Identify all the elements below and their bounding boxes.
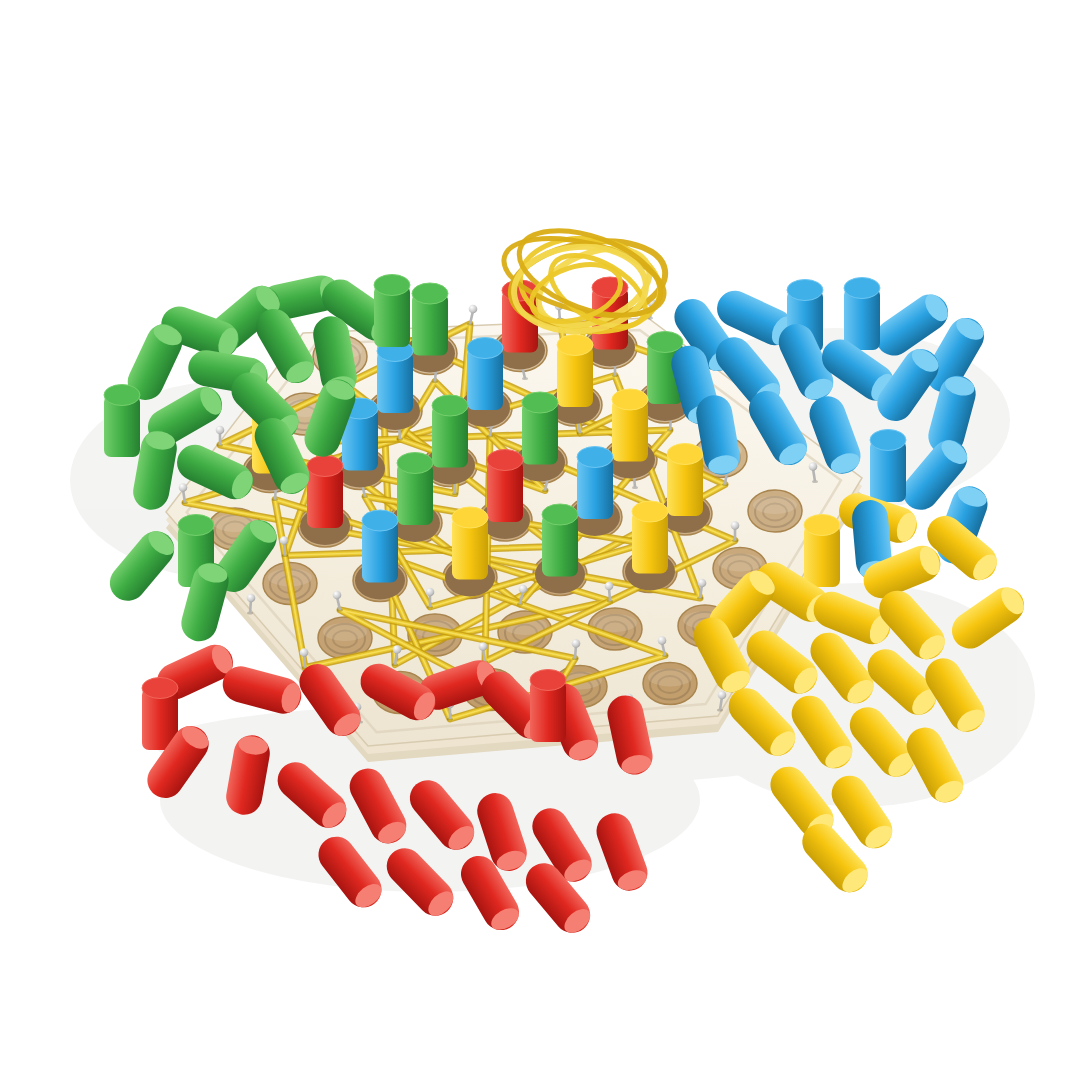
peg-blue-r4c1[interactable]	[362, 510, 398, 583]
pile-peg-green[interactable]	[104, 385, 140, 458]
peg-yellow-r4c2[interactable]	[452, 507, 488, 580]
pile-peg-green[interactable]	[374, 275, 410, 348]
peg-green-r4c3[interactable]	[542, 504, 578, 577]
peg-green-r2c2[interactable]	[432, 395, 468, 468]
peg-blue-r3c4[interactable]	[577, 447, 613, 520]
peg-red-r3c3[interactable]	[487, 450, 523, 523]
pile-peg-yellow[interactable]	[804, 515, 840, 588]
peg-red-r3c1[interactable]	[307, 456, 343, 529]
peg-green-r2c3[interactable]	[522, 392, 558, 465]
peg-blue-r1c1[interactable]	[377, 341, 413, 414]
peg-yellow-r4c4[interactable]	[632, 501, 668, 574]
peg-yellow-r1c3[interactable]	[557, 335, 593, 408]
product-photo-stage	[0, 0, 1080, 1080]
pile-peg-red[interactable]	[530, 670, 566, 743]
peg-yellow-r2c4[interactable]	[612, 389, 648, 462]
peg-green-r0c1[interactable]	[412, 283, 448, 356]
hole-r3c6[interactable]	[748, 490, 802, 532]
triggle-game-scene	[0, 0, 1080, 1080]
peg-blue-r1c2[interactable]	[467, 338, 503, 411]
hole-r6c3[interactable]	[643, 663, 697, 705]
peg-yellow-r3c5[interactable]	[667, 444, 703, 517]
pile-peg-blue[interactable]	[844, 278, 880, 351]
peg-green-r3c2[interactable]	[397, 453, 433, 526]
pile-peg-blue[interactable]	[870, 430, 906, 503]
